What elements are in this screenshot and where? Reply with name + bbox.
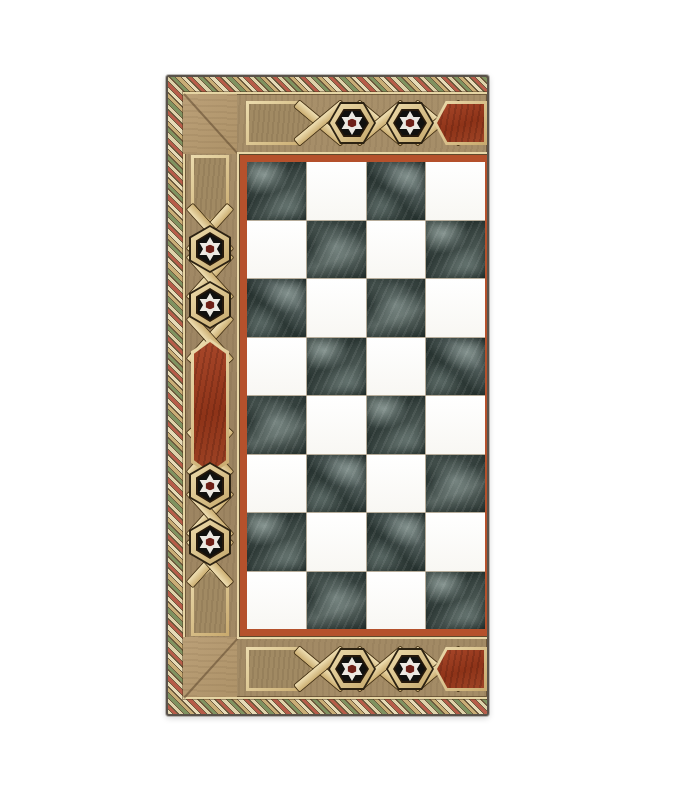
hexagon-star-medallion	[189, 462, 231, 510]
hexagon-star-medallion	[386, 648, 434, 690]
square-r1c1[interactable]	[247, 162, 306, 220]
square-r2c4[interactable]	[426, 221, 485, 279]
hexagon-star-medallion	[328, 648, 376, 690]
square-r6c2[interactable]	[307, 455, 366, 513]
square-r4c3[interactable]	[367, 338, 426, 396]
square-r4c4[interactable]	[426, 338, 485, 396]
square-r3c2[interactable]	[307, 279, 366, 337]
hexagon-star-medallion	[189, 225, 231, 273]
square-r5c4[interactable]	[426, 396, 485, 454]
square-r6c4[interactable]	[426, 455, 485, 513]
square-r4c1[interactable]	[247, 338, 306, 396]
square-r8c3[interactable]	[367, 572, 426, 630]
square-r7c2[interactable]	[307, 513, 366, 571]
inner-frame-hairline	[239, 154, 487, 637]
square-r4c2[interactable]	[307, 338, 366, 396]
inner-frame-red	[240, 155, 487, 636]
square-r2c1[interactable]	[247, 221, 306, 279]
square-r8c1[interactable]	[247, 572, 306, 630]
square-r5c3[interactable]	[367, 396, 426, 454]
hexagon-star-medallion	[189, 518, 231, 566]
square-r1c3[interactable]	[367, 162, 426, 220]
square-r3c1[interactable]	[247, 279, 306, 337]
square-r7c3[interactable]	[367, 513, 426, 571]
square-r3c3[interactable]	[367, 279, 426, 337]
square-r2c3[interactable]	[367, 221, 426, 279]
hexagon-star-medallion	[328, 102, 376, 144]
square-r5c2[interactable]	[307, 396, 366, 454]
inner-frame-cream-filet	[237, 152, 487, 639]
square-r8c2[interactable]	[307, 572, 366, 630]
square-r3c4[interactable]	[426, 279, 485, 337]
red-mahogany-panel-left	[191, 339, 229, 475]
square-r6c3[interactable]	[367, 455, 426, 513]
square-r8c4[interactable]	[426, 572, 485, 630]
game-board	[166, 75, 489, 716]
checkerboard	[247, 162, 485, 629]
square-r5c1[interactable]	[247, 396, 306, 454]
photo-background	[0, 0, 678, 800]
square-r1c4[interactable]	[426, 162, 485, 220]
hexagon-star-medallion	[386, 102, 434, 144]
square-r2c2[interactable]	[307, 221, 366, 279]
square-r7c1[interactable]	[247, 513, 306, 571]
square-r7c4[interactable]	[426, 513, 485, 571]
square-r6c1[interactable]	[247, 455, 306, 513]
square-r1c2[interactable]	[307, 162, 366, 220]
hexagon-star-medallion	[189, 281, 231, 329]
